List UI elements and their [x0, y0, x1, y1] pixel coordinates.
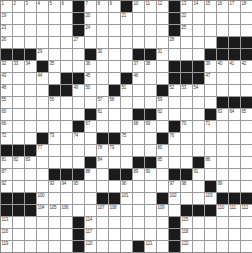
grid-cell[interactable] — [37, 169, 48, 180]
grid-cell[interactable] — [121, 37, 132, 48]
grid-cell[interactable]: 24 — [85, 25, 96, 36]
grid-cell[interactable]: 18 — [241, 1, 252, 12]
grid-cell[interactable]: 107 — [97, 205, 108, 216]
grid-cell[interactable] — [229, 217, 240, 228]
grid-cell[interactable]: 76 — [169, 133, 180, 144]
grid-cell[interactable] — [109, 217, 120, 228]
grid-cell[interactable] — [109, 241, 120, 252]
grid-cell[interactable] — [61, 157, 72, 168]
grid-cell[interactable] — [193, 97, 204, 108]
grid-cell[interactable] — [25, 13, 36, 24]
grid-cell[interactable] — [73, 61, 84, 72]
grid-cell[interactable]: 117 — [85, 229, 96, 240]
grid-cell[interactable] — [241, 157, 252, 168]
grid-cell[interactable] — [145, 25, 156, 36]
grid-cell[interactable] — [85, 37, 96, 48]
grid-cell[interactable]: 48 — [1, 85, 12, 96]
grid-cell[interactable]: 82 — [13, 157, 24, 168]
grid-cell[interactable]: 79 — [109, 145, 120, 156]
grid-cell[interactable] — [229, 157, 240, 168]
grid-cell[interactable]: 33 — [13, 61, 24, 72]
grid-cell[interactable] — [133, 85, 144, 96]
grid-cell[interactable] — [25, 229, 36, 240]
grid-cell[interactable] — [241, 181, 252, 192]
grid-cell[interactable]: 93 — [49, 181, 60, 192]
grid-cell[interactable] — [109, 229, 120, 240]
grid-cell[interactable]: 74 — [73, 133, 84, 144]
grid-cell[interactable]: 94 — [61, 181, 72, 192]
grid-cell[interactable]: 116 — [1, 229, 12, 240]
grid-cell[interactable] — [25, 169, 36, 180]
grid-cell[interactable]: 64 — [229, 109, 240, 120]
grid-cell[interactable]: 63 — [217, 109, 228, 120]
grid-cell[interactable]: 85 — [157, 157, 168, 168]
grid-cell[interactable] — [181, 193, 192, 204]
grid-cell[interactable] — [109, 49, 120, 60]
grid-cell[interactable] — [61, 49, 72, 60]
grid-cell[interactable]: 37 — [133, 61, 144, 72]
grid-cell[interactable] — [109, 157, 120, 168]
grid-cell[interactable] — [13, 133, 24, 144]
grid-cell[interactable]: 39 — [205, 61, 216, 72]
grid-cell[interactable] — [85, 133, 96, 144]
grid-cell[interactable]: 89 — [133, 169, 144, 180]
grid-cell[interactable] — [169, 49, 180, 60]
grid-cell[interactable] — [193, 193, 204, 204]
grid-cell[interactable] — [193, 49, 204, 60]
grid-cell[interactable] — [97, 181, 108, 192]
grid-cell[interactable] — [145, 205, 156, 216]
grid-cell[interactable] — [193, 121, 204, 132]
grid-cell[interactable] — [25, 25, 36, 36]
grid-cell[interactable] — [109, 73, 120, 84]
grid-cell[interactable] — [61, 229, 72, 240]
grid-cell[interactable]: 4 — [37, 1, 48, 12]
grid-cell[interactable]: 72 — [1, 133, 12, 144]
grid-cell[interactable]: 53 — [181, 85, 192, 96]
grid-cell[interactable] — [49, 73, 60, 84]
grid-cell[interactable] — [97, 169, 108, 180]
grid-cell[interactable] — [133, 145, 144, 156]
grid-cell[interactable]: 29 — [37, 49, 48, 60]
grid-cell[interactable] — [241, 229, 252, 240]
grid-cell[interactable]: 32 — [1, 61, 12, 72]
grid-cell[interactable]: 46 — [133, 73, 144, 84]
grid-cell[interactable] — [145, 229, 156, 240]
grid-cell[interactable] — [13, 181, 24, 192]
grid-cell[interactable]: 65 — [241, 109, 252, 120]
grid-cell[interactable] — [85, 97, 96, 108]
grid-cell[interactable] — [25, 37, 36, 48]
grid-cell[interactable]: 14 — [193, 1, 204, 12]
grid-cell[interactable] — [37, 157, 48, 168]
grid-cell[interactable]: 88 — [85, 169, 96, 180]
grid-cell[interactable] — [241, 25, 252, 36]
grid-cell[interactable] — [229, 241, 240, 252]
grid-cell[interactable] — [97, 85, 108, 96]
grid-cell[interactable] — [37, 181, 48, 192]
grid-cell[interactable] — [157, 229, 168, 240]
grid-cell[interactable]: 27 — [73, 37, 84, 48]
grid-cell[interactable] — [193, 181, 204, 192]
grid-cell[interactable]: 95 — [73, 181, 84, 192]
grid-cell[interactable]: 115 — [181, 217, 192, 228]
grid-cell[interactable] — [85, 145, 96, 156]
grid-cell[interactable] — [157, 73, 168, 84]
grid-cell[interactable] — [61, 13, 72, 24]
grid-cell[interactable] — [193, 217, 204, 228]
grid-cell[interactable] — [49, 37, 60, 48]
grid-cell[interactable]: 45 — [85, 73, 96, 84]
grid-cell[interactable] — [241, 133, 252, 144]
grid-cell[interactable] — [217, 133, 228, 144]
grid-cell[interactable] — [37, 241, 48, 252]
grid-cell[interactable] — [37, 97, 48, 108]
grid-cell[interactable] — [49, 241, 60, 252]
grid-cell[interactable] — [109, 181, 120, 192]
grid-cell[interactable]: 11 — [145, 1, 156, 12]
grid-cell[interactable] — [61, 193, 72, 204]
grid-cell[interactable] — [217, 145, 228, 156]
grid-cell[interactable] — [61, 217, 72, 228]
grid-cell[interactable] — [61, 97, 72, 108]
grid-cell[interactable] — [169, 205, 180, 216]
grid-cell[interactable]: 35 — [49, 61, 60, 72]
grid-cell[interactable] — [181, 97, 192, 108]
grid-cell[interactable] — [133, 37, 144, 48]
grid-cell[interactable] — [25, 133, 36, 144]
grid-cell[interactable]: 70 — [181, 121, 192, 132]
grid-cell[interactable] — [217, 25, 228, 36]
grid-cell[interactable]: 69 — [145, 121, 156, 132]
grid-cell[interactable]: 49 — [73, 85, 84, 96]
grid-cell[interactable] — [121, 61, 132, 72]
grid-cell[interactable] — [229, 85, 240, 96]
grid-cell[interactable]: 1 — [1, 1, 12, 12]
grid-cell[interactable]: 62 — [157, 109, 168, 120]
grid-cell[interactable] — [49, 157, 60, 168]
grid-cell[interactable] — [133, 229, 144, 240]
grid-cell[interactable] — [121, 25, 132, 36]
grid-cell[interactable] — [25, 217, 36, 228]
grid-cell[interactable] — [25, 109, 36, 120]
grid-cell[interactable] — [133, 97, 144, 108]
grid-cell[interactable] — [97, 121, 108, 132]
grid-cell[interactable] — [205, 25, 216, 36]
grid-cell[interactable] — [181, 133, 192, 144]
grid-cell[interactable]: 22 — [181, 13, 192, 24]
grid-cell[interactable] — [241, 85, 252, 96]
grid-cell[interactable] — [181, 37, 192, 48]
grid-cell[interactable]: 31 — [157, 49, 168, 60]
grid-cell[interactable]: 17 — [229, 1, 240, 12]
grid-cell[interactable] — [157, 181, 168, 192]
grid-cell[interactable] — [133, 181, 144, 192]
grid-cell[interactable]: 13 — [181, 1, 192, 12]
grid-cell[interactable] — [85, 181, 96, 192]
grid-cell[interactable] — [97, 37, 108, 48]
grid-cell[interactable]: 84 — [97, 157, 108, 168]
grid-cell[interactable] — [13, 73, 24, 84]
grid-cell[interactable]: 61 — [97, 109, 108, 120]
grid-cell[interactable] — [121, 229, 132, 240]
grid-cell[interactable] — [217, 73, 228, 84]
grid-cell[interactable]: 25 — [181, 25, 192, 36]
grid-cell[interactable]: 67 — [85, 121, 96, 132]
grid-cell[interactable] — [97, 73, 108, 84]
grid-cell[interactable] — [61, 145, 72, 156]
grid-cell[interactable]: 83 — [25, 157, 36, 168]
grid-cell[interactable]: 20 — [85, 13, 96, 24]
grid-cell[interactable] — [85, 205, 96, 216]
grid-cell[interactable] — [121, 121, 132, 132]
grid-cell[interactable] — [241, 217, 252, 228]
grid-cell[interactable] — [205, 217, 216, 228]
grid-cell[interactable] — [169, 145, 180, 156]
grid-cell[interactable]: 54 — [193, 85, 204, 96]
grid-cell[interactable] — [25, 181, 36, 192]
grid-cell[interactable]: 50 — [85, 85, 96, 96]
grid-cell[interactable] — [205, 85, 216, 96]
grid-cell[interactable] — [121, 217, 132, 228]
grid-cell[interactable]: 57 — [97, 97, 108, 108]
grid-cell[interactable]: 90 — [145, 169, 156, 180]
grid-cell[interactable]: 68 — [133, 121, 144, 132]
grid-cell[interactable] — [13, 217, 24, 228]
grid-cell[interactable] — [97, 61, 108, 72]
grid-cell[interactable] — [181, 109, 192, 120]
grid-cell[interactable] — [61, 241, 72, 252]
grid-cell[interactable] — [157, 121, 168, 132]
grid-cell[interactable]: 118 — [181, 229, 192, 240]
grid-cell[interactable] — [61, 133, 72, 144]
grid-cell[interactable]: 66 — [1, 121, 12, 132]
grid-cell[interactable] — [85, 193, 96, 204]
grid-cell[interactable]: 99 — [217, 181, 228, 192]
grid-cell[interactable] — [73, 49, 84, 60]
grid-cell[interactable] — [229, 133, 240, 144]
grid-cell[interactable] — [157, 169, 168, 180]
grid-cell[interactable]: 26 — [1, 37, 12, 48]
grid-cell[interactable] — [241, 169, 252, 180]
grid-cell[interactable] — [157, 241, 168, 252]
grid-cell[interactable] — [73, 193, 84, 204]
grid-cell[interactable]: 114 — [85, 217, 96, 228]
grid-cell[interactable]: 111 — [229, 205, 240, 216]
grid-cell[interactable] — [109, 61, 120, 72]
grid-cell[interactable]: 73 — [49, 133, 60, 144]
grid-cell[interactable] — [193, 145, 204, 156]
grid-cell[interactable]: 41 — [229, 61, 240, 72]
grid-cell[interactable] — [133, 25, 144, 36]
grid-cell[interactable]: 60 — [1, 109, 12, 120]
grid-cell[interactable] — [133, 13, 144, 24]
grid-cell[interactable]: 92 — [1, 181, 12, 192]
grid-cell[interactable] — [37, 109, 48, 120]
grid-cell[interactable] — [205, 97, 216, 108]
grid-cell[interactable]: 5 — [49, 1, 60, 12]
grid-cell[interactable] — [73, 205, 84, 216]
grid-cell[interactable] — [145, 145, 156, 156]
grid-cell[interactable] — [205, 13, 216, 24]
grid-cell[interactable] — [241, 13, 252, 24]
grid-cell[interactable] — [109, 37, 120, 48]
grid-cell[interactable] — [169, 109, 180, 120]
grid-cell[interactable] — [61, 121, 72, 132]
grid-cell[interactable] — [61, 61, 72, 72]
grid-cell[interactable] — [61, 109, 72, 120]
grid-cell[interactable] — [193, 13, 204, 24]
grid-cell[interactable] — [145, 133, 156, 144]
grid-cell[interactable]: 109 — [157, 205, 168, 216]
grid-cell[interactable]: 122 — [181, 241, 192, 252]
grid-cell[interactable]: 77 — [37, 145, 48, 156]
grid-cell[interactable] — [25, 97, 36, 108]
grid-cell[interactable]: 51 — [121, 85, 132, 96]
grid-cell[interactable] — [13, 229, 24, 240]
grid-cell[interactable]: 15 — [205, 1, 216, 12]
grid-cell[interactable]: 98 — [181, 181, 192, 192]
grid-cell[interactable] — [37, 121, 48, 132]
grid-cell[interactable] — [217, 169, 228, 180]
grid-cell[interactable] — [229, 169, 240, 180]
grid-cell[interactable]: 87 — [1, 169, 12, 180]
grid-cell[interactable]: 21 — [121, 13, 132, 24]
grid-cell[interactable] — [145, 97, 156, 108]
grid-cell[interactable]: 40 — [217, 61, 228, 72]
grid-cell[interactable]: 96 — [121, 181, 132, 192]
grid-cell[interactable] — [229, 73, 240, 84]
grid-cell[interactable]: 121 — [145, 241, 156, 252]
grid-cell[interactable]: 97 — [169, 181, 180, 192]
grid-cell[interactable]: 23 — [1, 25, 12, 36]
grid-cell[interactable]: 10 — [133, 1, 144, 12]
grid-cell[interactable] — [193, 241, 204, 252]
grid-cell[interactable] — [109, 25, 120, 36]
grid-cell[interactable]: 103 — [205, 193, 216, 204]
grid-cell[interactable] — [157, 13, 168, 24]
grid-cell[interactable]: 52 — [169, 85, 180, 96]
grid-cell[interactable] — [61, 25, 72, 36]
grid-cell[interactable] — [49, 229, 60, 240]
grid-cell[interactable] — [37, 217, 48, 228]
grid-cell[interactable] — [13, 85, 24, 96]
grid-cell[interactable]: 112 — [241, 205, 252, 216]
grid-cell[interactable]: 102 — [169, 193, 180, 204]
grid-cell[interactable] — [217, 13, 228, 24]
grid-cell[interactable] — [97, 241, 108, 252]
grid-cell[interactable] — [61, 37, 72, 48]
grid-cell[interactable] — [13, 13, 24, 24]
grid-cell[interactable] — [121, 49, 132, 60]
grid-cell[interactable]: 42 — [241, 61, 252, 72]
grid-cell[interactable] — [13, 121, 24, 132]
grid-cell[interactable] — [193, 229, 204, 240]
grid-cell[interactable] — [25, 241, 36, 252]
grid-cell[interactable] — [49, 217, 60, 228]
grid-cell[interactable]: 105 — [49, 205, 60, 216]
grid-cell[interactable] — [181, 157, 192, 168]
grid-cell[interactable] — [181, 49, 192, 60]
grid-cell[interactable]: 55 — [1, 97, 12, 108]
grid-cell[interactable]: 7 — [85, 1, 96, 12]
grid-cell[interactable] — [109, 121, 120, 132]
grid-cell[interactable]: 101 — [121, 193, 132, 204]
grid-cell[interactable] — [217, 229, 228, 240]
grid-cell[interactable] — [97, 13, 108, 24]
grid-cell[interactable] — [217, 121, 228, 132]
grid-cell[interactable] — [13, 241, 24, 252]
grid-cell[interactable] — [145, 193, 156, 204]
grid-cell[interactable] — [37, 229, 48, 240]
grid-cell[interactable] — [13, 25, 24, 36]
grid-cell[interactable]: 44 — [37, 73, 48, 84]
grid-cell[interactable]: 106 — [61, 205, 72, 216]
grid-cell[interactable]: 43 — [1, 73, 12, 84]
grid-cell[interactable]: 80 — [157, 145, 168, 156]
grid-cell[interactable] — [13, 37, 24, 48]
grid-cell[interactable] — [121, 205, 132, 216]
grid-cell[interactable] — [169, 157, 180, 168]
grid-cell[interactable] — [25, 73, 36, 84]
grid-cell[interactable]: 59 — [157, 97, 168, 108]
grid-cell[interactable] — [157, 217, 168, 228]
grid-cell[interactable] — [205, 169, 216, 180]
grid-cell[interactable] — [193, 133, 204, 144]
grid-cell[interactable]: 34 — [25, 61, 36, 72]
grid-cell[interactable]: 47 — [205, 73, 216, 84]
grid-cell[interactable] — [241, 73, 252, 84]
grid-cell[interactable] — [121, 109, 132, 120]
grid-cell[interactable] — [217, 157, 228, 168]
grid-cell[interactable]: 2 — [13, 1, 24, 12]
grid-cell[interactable] — [73, 97, 84, 108]
grid-cell[interactable]: 56 — [49, 97, 60, 108]
grid-cell[interactable] — [37, 37, 48, 48]
grid-cell[interactable] — [25, 85, 36, 96]
grid-cell[interactable] — [13, 169, 24, 180]
grid-cell[interactable] — [133, 133, 144, 144]
grid-cell[interactable] — [37, 13, 48, 24]
grid-cell[interactable] — [121, 97, 132, 108]
grid-cell[interactable] — [205, 37, 216, 48]
grid-cell[interactable] — [145, 181, 156, 192]
grid-cell[interactable] — [241, 121, 252, 132]
grid-cell[interactable]: 110 — [217, 205, 228, 216]
grid-cell[interactable]: 36 — [85, 61, 96, 72]
grid-cell[interactable] — [97, 217, 108, 228]
grid-cell[interactable] — [157, 61, 168, 72]
grid-cell[interactable] — [145, 13, 156, 24]
grid-cell[interactable] — [109, 109, 120, 120]
grid-cell[interactable]: 6 — [61, 1, 72, 12]
grid-cell[interactable] — [13, 109, 24, 120]
grid-cell[interactable] — [49, 13, 60, 24]
grid-cell[interactable] — [205, 241, 216, 252]
grid-cell[interactable] — [49, 109, 60, 120]
grid-cell[interactable] — [25, 121, 36, 132]
grid-cell[interactable] — [97, 25, 108, 36]
grid-cell[interactable]: 38 — [145, 61, 156, 72]
grid-cell[interactable]: 78 — [97, 145, 108, 156]
grid-cell[interactable] — [181, 145, 192, 156]
grid-cell[interactable] — [157, 25, 168, 36]
grid-cell[interactable] — [205, 133, 216, 144]
grid-cell[interactable] — [73, 145, 84, 156]
grid-cell[interactable] — [217, 241, 228, 252]
grid-cell[interactable] — [229, 229, 240, 240]
grid-cell[interactable] — [145, 37, 156, 48]
